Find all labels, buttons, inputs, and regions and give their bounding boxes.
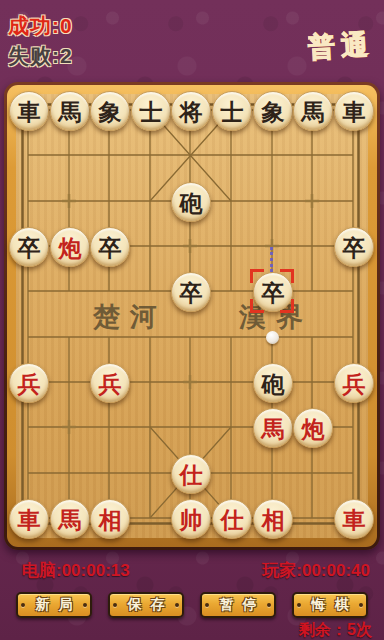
- piece-red-0-6[interactable]: 兵: [9, 363, 49, 403]
- piece-black-8-3[interactable]: 卒: [334, 227, 374, 267]
- piece-red-6-9[interactable]: 相: [253, 499, 293, 539]
- piece-black-2-3[interactable]: 卒: [90, 227, 130, 267]
- piece-black-0-0[interactable]: 車: [9, 91, 49, 131]
- piece-red-4-9[interactable]: 帅: [171, 499, 211, 539]
- piece-black-6-6[interactable]: 砲: [253, 363, 293, 403]
- piece-black-8-0[interactable]: 車: [334, 91, 374, 131]
- button-row: 新局 保存 暂停 悔棋: [0, 592, 384, 618]
- difficulty-badge[interactable]: 普通: [307, 26, 375, 65]
- piece-black-5-0[interactable]: 士: [212, 91, 252, 131]
- new-game-button[interactable]: 新局: [16, 592, 92, 618]
- piece-red-8-9[interactable]: 車: [334, 499, 374, 539]
- piece-red-2-9[interactable]: 相: [90, 499, 130, 539]
- piece-black-4-2[interactable]: 砲: [171, 182, 211, 222]
- last-move-trail: [270, 247, 273, 272]
- move-hint-dot: [266, 331, 279, 344]
- undo-remaining-count: 剩余：5次: [299, 620, 372, 640]
- piece-black-4-0[interactable]: 将: [171, 91, 211, 131]
- piece-red-1-9[interactable]: 馬: [50, 499, 90, 539]
- success-counter: 成功:0: [8, 12, 73, 40]
- piece-black-4-4[interactable]: 卒: [171, 272, 211, 312]
- piece-red-2-6[interactable]: 兵: [90, 363, 130, 403]
- piece-red-8-6[interactable]: 兵: [334, 363, 374, 403]
- piece-black-7-0[interactable]: 馬: [293, 91, 333, 131]
- piece-black-1-0[interactable]: 馬: [50, 91, 90, 131]
- save-button[interactable]: 保存: [108, 592, 184, 618]
- piece-red-6-7[interactable]: 馬: [253, 408, 293, 448]
- piece-red-5-9[interactable]: 仕: [212, 499, 252, 539]
- piece-red-0-9[interactable]: 車: [9, 499, 49, 539]
- piece-black-2-0[interactable]: 象: [90, 91, 130, 131]
- piece-black-6-0[interactable]: 象: [253, 91, 293, 131]
- computer-timer: 电脑:00:00:13: [22, 559, 130, 582]
- piece-red-1-3[interactable]: 炮: [50, 227, 90, 267]
- piece-black-6-4[interactable]: 卒: [253, 272, 293, 312]
- piece-black-3-0[interactable]: 士: [131, 91, 171, 131]
- undo-button[interactable]: 悔棋: [292, 592, 368, 618]
- pause-button[interactable]: 暂停: [200, 592, 276, 618]
- piece-red-4-8[interactable]: 仕: [171, 454, 211, 494]
- fail-counter: 失败:2: [8, 42, 73, 70]
- player-timer: 玩家:00:00:40: [262, 559, 370, 582]
- river-label-left: 楚河: [74, 299, 186, 335]
- piece-red-7-7[interactable]: 炮: [293, 408, 333, 448]
- piece-black-0-3[interactable]: 卒: [9, 227, 49, 267]
